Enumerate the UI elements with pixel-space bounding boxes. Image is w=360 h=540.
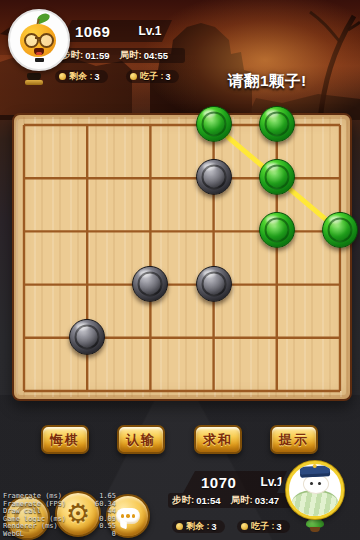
player-top-avatar[interactable] xyxy=(8,9,70,71)
bottom-player-timers: 步时: 01:54 局时: 03:47 xyxy=(168,493,296,508)
stat-value: 0 xyxy=(112,531,116,539)
captures-label: 吃子 : xyxy=(251,520,275,533)
glasses-icon xyxy=(39,33,54,48)
dragon-emblem xyxy=(138,271,163,296)
remaining-value: 3 xyxy=(212,522,217,532)
teapot-icon xyxy=(25,73,43,85)
board-grid xyxy=(14,115,350,399)
remaining-label: 剩余 : xyxy=(69,70,93,83)
debug-stats-overlay: Framerate (ms)1.65 Framerate (FPS)60.34 … xyxy=(3,493,116,539)
dragon-emblem xyxy=(328,218,353,243)
coin-icon xyxy=(59,73,66,80)
coin-icon xyxy=(176,523,183,530)
dragon-emblem xyxy=(264,111,289,136)
game-time-value: 03:47 xyxy=(255,495,279,506)
player-bottom-avatar[interactable] xyxy=(286,461,344,519)
captures-value: 3 xyxy=(166,72,171,82)
step-time-label: 步时: xyxy=(172,494,194,507)
bottom-player-captures-badge: 吃子 : 3 xyxy=(237,520,290,533)
eye xyxy=(318,482,321,485)
coin-icon xyxy=(241,523,248,530)
piece-black[interactable] xyxy=(196,266,232,302)
chat-bubble-icon xyxy=(116,508,140,524)
coin-icon xyxy=(130,73,137,80)
dragon-emblem xyxy=(75,324,100,349)
glasses-bridge xyxy=(35,37,41,39)
piece-black[interactable] xyxy=(132,266,168,302)
dragon-emblem xyxy=(201,111,226,136)
game-time-value: 04:55 xyxy=(144,50,168,61)
top-player-captures-badge: 吃子 : 3 xyxy=(126,70,179,83)
flip-prompt: 请翻1颗子! xyxy=(228,71,307,92)
game-time-label: 局时: xyxy=(230,494,252,507)
piece-green[interactable] xyxy=(259,212,295,248)
captures-value: 3 xyxy=(277,522,282,532)
piece-green[interactable] xyxy=(259,106,295,142)
top-player-level: Lv.1 xyxy=(138,24,161,38)
dragon-emblem xyxy=(264,165,289,190)
game-screen: 1069 Lv.1 步时: 01:59 局时: 04:55 剩余 : 3 吃子 … xyxy=(0,0,360,540)
undo-button[interactable]: 悔棋 xyxy=(41,425,89,454)
scholar-hat-icon xyxy=(300,465,331,478)
top-player-score-bar: 1069 Lv.1 xyxy=(60,20,172,42)
piece-green[interactable] xyxy=(196,106,232,142)
hint-button[interactable]: 提示 xyxy=(270,425,318,454)
dragon-emblem xyxy=(201,271,226,296)
glasses-icon xyxy=(24,33,39,48)
piece-black[interactable] xyxy=(69,319,105,355)
bottom-player-remaining-badge: 剩余 : 3 xyxy=(172,520,225,533)
remaining-label: 剩余 : xyxy=(186,520,210,533)
piece-green[interactable] xyxy=(259,159,295,195)
stat-label: WebGL xyxy=(3,531,24,539)
top-player-timers: 步时: 01:59 局时: 04:55 xyxy=(57,48,185,63)
bottom-player-score-bar: 1070 Lv.1 xyxy=(183,471,287,493)
step-time-value: 01:59 xyxy=(85,50,109,61)
bow-tie xyxy=(35,58,44,62)
dragon-emblem xyxy=(264,218,289,243)
piece-green[interactable] xyxy=(322,212,358,248)
piece-black[interactable] xyxy=(196,159,232,195)
resign-button[interactable]: 认输 xyxy=(117,425,165,454)
bottom-player-score: 1070 xyxy=(201,474,236,491)
game-board[interactable] xyxy=(12,113,352,401)
baby-blanket xyxy=(292,490,338,518)
tongue xyxy=(36,52,42,55)
eye xyxy=(310,482,313,485)
game-time-label: 局时: xyxy=(119,49,141,62)
remaining-value: 3 xyxy=(95,72,100,82)
top-player-remaining-badge: 剩余 : 3 xyxy=(55,70,108,83)
top-player-score: 1069 xyxy=(75,23,110,40)
mushroom-icon xyxy=(306,519,324,532)
captures-label: 吃子 : xyxy=(140,70,164,83)
step-time-value: 01:54 xyxy=(196,495,220,506)
offer-draw-button[interactable]: 求和 xyxy=(194,425,242,454)
dragon-emblem xyxy=(201,165,226,190)
